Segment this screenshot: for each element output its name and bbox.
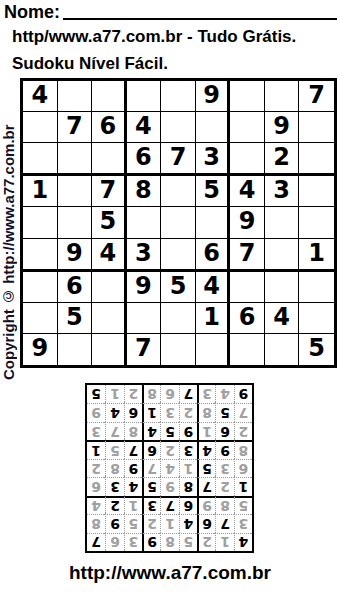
solution-cell-r2c5: 1 [160,514,178,532]
solution-cell-r4c8: 3 [105,477,123,495]
solution-cell-r7c3: 1 [197,422,215,440]
solution-cell-r7c5: 5 [160,422,178,440]
board-cell-r8c3[interactable] [92,303,127,334]
sudoku-solution-board: 4125893673764125985896731241278954366351… [85,383,254,553]
board-cell-r6c2[interactable]: 9 [58,239,93,272]
board-cell-r9c5[interactable] [161,334,196,365]
board-cell-r1c6[interactable]: 9 [196,81,231,112]
board-cell-r9c3[interactable] [92,334,127,365]
solution-cell-r8c5: 3 [160,403,178,421]
board-cell-r4c9[interactable] [299,176,334,207]
solution-cell-r4c5: 9 [160,477,178,495]
board-cell-r4c2[interactable] [58,176,93,207]
solution-cell-r2c1: 3 [234,514,252,532]
board-cell-r5c9[interactable] [299,207,334,238]
board-cell-r7c4[interactable]: 9 [127,272,162,303]
solution-cell-r1c2: 1 [215,533,233,551]
solution-cell-r1c5: 8 [160,533,178,551]
solution-cell-r8c6: 1 [142,403,160,421]
sudoku-board[interactable]: 497764967321785435994367169545164975 [20,78,337,368]
solution-cell-r7c1: 2 [234,422,252,440]
solution-cell-r7c4: 9 [179,422,197,440]
solution-cell-r2c4: 4 [179,514,197,532]
board-cell-r8c4[interactable] [127,303,162,334]
board-cell-r1c4[interactable] [127,81,162,112]
board-cell-r2c4[interactable]: 4 [127,112,162,143]
board-cell-r4c3[interactable]: 7 [92,176,127,207]
solution-cell-r7c9: 3 [87,422,105,440]
board-cell-r2c8[interactable]: 9 [265,112,300,143]
board-cell-r1c3[interactable] [92,81,127,112]
board-cell-r9c6[interactable] [196,334,231,365]
solution-cell-r5c6: 7 [142,459,160,477]
board-cell-r9c8[interactable] [265,334,300,365]
board-cell-r9c9[interactable]: 5 [299,334,334,365]
site-tagline: http/www.a77.com.br - Tudo Grátis. [12,27,340,47]
board-cell-r4c6[interactable]: 5 [196,176,231,207]
board-cell-r7c6[interactable]: 4 [196,272,231,303]
solution-cell-r1c1: 4 [234,533,252,551]
board-cell-r4c8[interactable]: 3 [265,176,300,207]
solution-cell-r1c4: 5 [179,533,197,551]
solution-cell-r1c6: 9 [142,533,160,551]
name-blank-line [63,2,337,20]
board-cell-r8c5[interactable] [161,303,196,334]
solution-cell-r4c9: 6 [87,477,105,495]
solution-cell-r9c9: 5 [87,385,105,403]
board-cell-r7c3[interactable] [92,272,127,303]
board-cell-r1c9[interactable]: 7 [299,81,334,112]
board-cell-r2c7[interactable] [230,112,265,143]
board-cell-r2c9[interactable] [299,112,334,143]
board-cell-r8c8[interactable]: 4 [265,303,300,334]
board-cell-r7c9[interactable] [299,272,334,303]
board-cell-r3c1[interactable] [23,143,58,176]
solution-cell-r4c4: 8 [179,477,197,495]
board-cell-r1c7[interactable] [230,81,265,112]
solution-cell-r7c2: 6 [215,422,233,440]
solution-cell-r6c2: 9 [215,440,233,458]
solution-cell-r3c9: 4 [87,496,105,514]
solution-cell-r8c1: 7 [234,403,252,421]
solution-cell-r6c1: 8 [234,440,252,458]
board-cell-r5c4[interactable] [127,207,162,238]
solution-cell-r4c6: 5 [142,477,160,495]
solution-cell-r9c2: 4 [215,385,233,403]
solution-cell-r9c6: 8 [142,385,160,403]
board-cell-r3c4[interactable]: 6 [127,143,162,176]
board-cell-r4c1[interactable]: 1 [23,176,58,207]
board-cell-r6c8[interactable] [265,239,300,272]
solution-cell-r7c7: 8 [124,422,142,440]
footer-url: http://www.a77.com.br [0,562,340,584]
solution-cell-r8c3: 8 [197,403,215,421]
board-cell-r2c3[interactable]: 6 [92,112,127,143]
solution-cell-r3c4: 6 [179,496,197,514]
board-cell-r9c2[interactable] [58,334,93,365]
solution-cell-r2c8: 9 [105,514,123,532]
solution-cell-r9c7: 2 [124,385,142,403]
solution-cell-r5c9: 2 [87,459,105,477]
board-cell-r3c9[interactable] [299,143,334,176]
solution-cell-r6c6: 6 [142,440,160,458]
board-cell-r3c2[interactable] [58,143,93,176]
board-cell-r4c4[interactable]: 8 [127,176,162,207]
solution-cell-r4c2: 2 [215,477,233,495]
solution-cell-r3c5: 7 [160,496,178,514]
board-cell-r6c9[interactable]: 1 [299,239,334,272]
solution-cell-r2c3: 6 [197,514,215,532]
name-field-row: Nome: [0,0,340,22]
solution-cell-r6c5: 2 [160,440,178,458]
solution-cell-r4c7: 4 [124,477,142,495]
solution-cell-r5c4: 1 [179,459,197,477]
board-cell-r1c2[interactable] [58,81,93,112]
board-cell-r6c3[interactable]: 4 [92,239,127,272]
solution-cell-r7c6: 4 [142,422,160,440]
solution-cell-r6c7: 7 [124,440,142,458]
name-label: Nome: [4,2,60,22]
solution-cell-r9c1: 9 [234,385,252,403]
board-cell-r9c7[interactable] [230,334,265,365]
board-cell-r8c2[interactable]: 5 [58,303,93,334]
solution-cell-r4c1: 1 [234,477,252,495]
board-cell-r7c2[interactable]: 6 [58,272,93,303]
board-cell-r8c7[interactable]: 6 [230,303,265,334]
board-cell-r3c5[interactable]: 7 [161,143,196,176]
board-cell-r5c8[interactable] [265,207,300,238]
board-cell-r7c1[interactable] [23,272,58,303]
board-cell-r8c1[interactable] [23,303,58,334]
solution-cell-r9c8: 1 [105,385,123,403]
board-cell-r5c5[interactable] [161,207,196,238]
solution-cell-r8c7: 6 [124,403,142,421]
solution-cell-r3c2: 8 [215,496,233,514]
solution-cell-r6c3: 4 [197,440,215,458]
board-cell-r9c1[interactable]: 9 [23,334,58,365]
board-cell-r9c4[interactable]: 7 [127,334,162,365]
solution-cell-r2c6: 2 [142,514,160,532]
solution-cell-r5c3: 5 [197,459,215,477]
solution-cell-r3c3: 9 [197,496,215,514]
solution-cell-r8c4: 2 [179,403,197,421]
copyright-vertical-text: Copyright © http://www.a77.com.br [0,80,19,425]
board-cell-r5c3[interactable]: 5 [92,207,127,238]
board-cell-r2c5[interactable] [161,112,196,143]
solution-cell-r5c5: 4 [160,459,178,477]
solution-cell-r8c9: 9 [87,403,105,421]
board-cell-r7c7[interactable] [230,272,265,303]
solution-cell-r5c2: 3 [215,459,233,477]
solution-cell-r3c7: 1 [124,496,142,514]
board-cell-r8c9[interactable] [299,303,334,334]
board-cell-r3c3[interactable] [92,143,127,176]
board-cell-r1c1[interactable]: 4 [23,81,58,112]
board-cell-r7c5[interactable]: 5 [161,272,196,303]
solution-cell-r5c7: 9 [124,459,142,477]
board-cell-r1c5[interactable] [161,81,196,112]
solution-cell-r5c1: 6 [234,459,252,477]
solution-cell-r6c8: 5 [105,440,123,458]
board-cell-r3c8[interactable]: 2 [265,143,300,176]
board-cell-r6c4[interactable]: 3 [127,239,162,272]
board-cell-r2c2[interactable]: 7 [58,112,93,143]
board-cell-r6c5[interactable] [161,239,196,272]
board-cell-r3c7[interactable] [230,143,265,176]
board-cell-r5c6[interactable] [196,207,231,238]
solution-cell-r8c8: 4 [105,403,123,421]
solution-cell-r6c4: 3 [179,440,197,458]
solution-cell-r3c1: 5 [234,496,252,514]
solution-cell-r4c3: 7 [197,477,215,495]
solution-cell-r1c8: 6 [105,533,123,551]
solution-cell-r9c5: 6 [160,385,178,403]
solution-cell-r2c7: 5 [124,514,142,532]
board-cell-r2c1[interactable] [23,112,58,143]
board-cell-r5c7[interactable]: 9 [230,207,265,238]
board-cell-r7c8[interactable] [265,272,300,303]
board-cell-r8c6[interactable]: 1 [196,303,231,334]
board-cell-r2c6[interactable] [196,112,231,143]
solution-cell-r8c2: 5 [215,403,233,421]
solution-cell-r2c9: 8 [87,514,105,532]
solution-cell-r1c7: 3 [124,533,142,551]
solution-cell-r5c8: 8 [105,459,123,477]
board-cell-r5c2[interactable] [58,207,93,238]
solution-cell-r3c6: 3 [142,496,160,514]
board-cell-r4c7[interactable]: 4 [230,176,265,207]
puzzle-level-title: Sudoku Nível Fácil. [12,54,340,74]
board-cell-r6c6[interactable]: 6 [196,239,231,272]
solution-cell-r2c2: 7 [215,514,233,532]
solution-cell-r6c9: 1 [87,440,105,458]
board-cell-r6c1[interactable] [23,239,58,272]
board-cell-r5c1[interactable] [23,207,58,238]
solution-cell-r7c8: 7 [105,422,123,440]
board-cell-r6c7[interactable]: 7 [230,239,265,272]
solution-cell-r9c3: 3 [197,385,215,403]
board-cell-r4c5[interactable] [161,176,196,207]
solution-cell-r9c4: 7 [179,385,197,403]
board-cell-r1c8[interactable] [265,81,300,112]
solution-cell-r1c3: 2 [197,533,215,551]
solution-cell-r1c9: 7 [87,533,105,551]
solution-cell-r3c8: 2 [105,496,123,514]
board-cell-r3c6[interactable]: 3 [196,143,231,176]
